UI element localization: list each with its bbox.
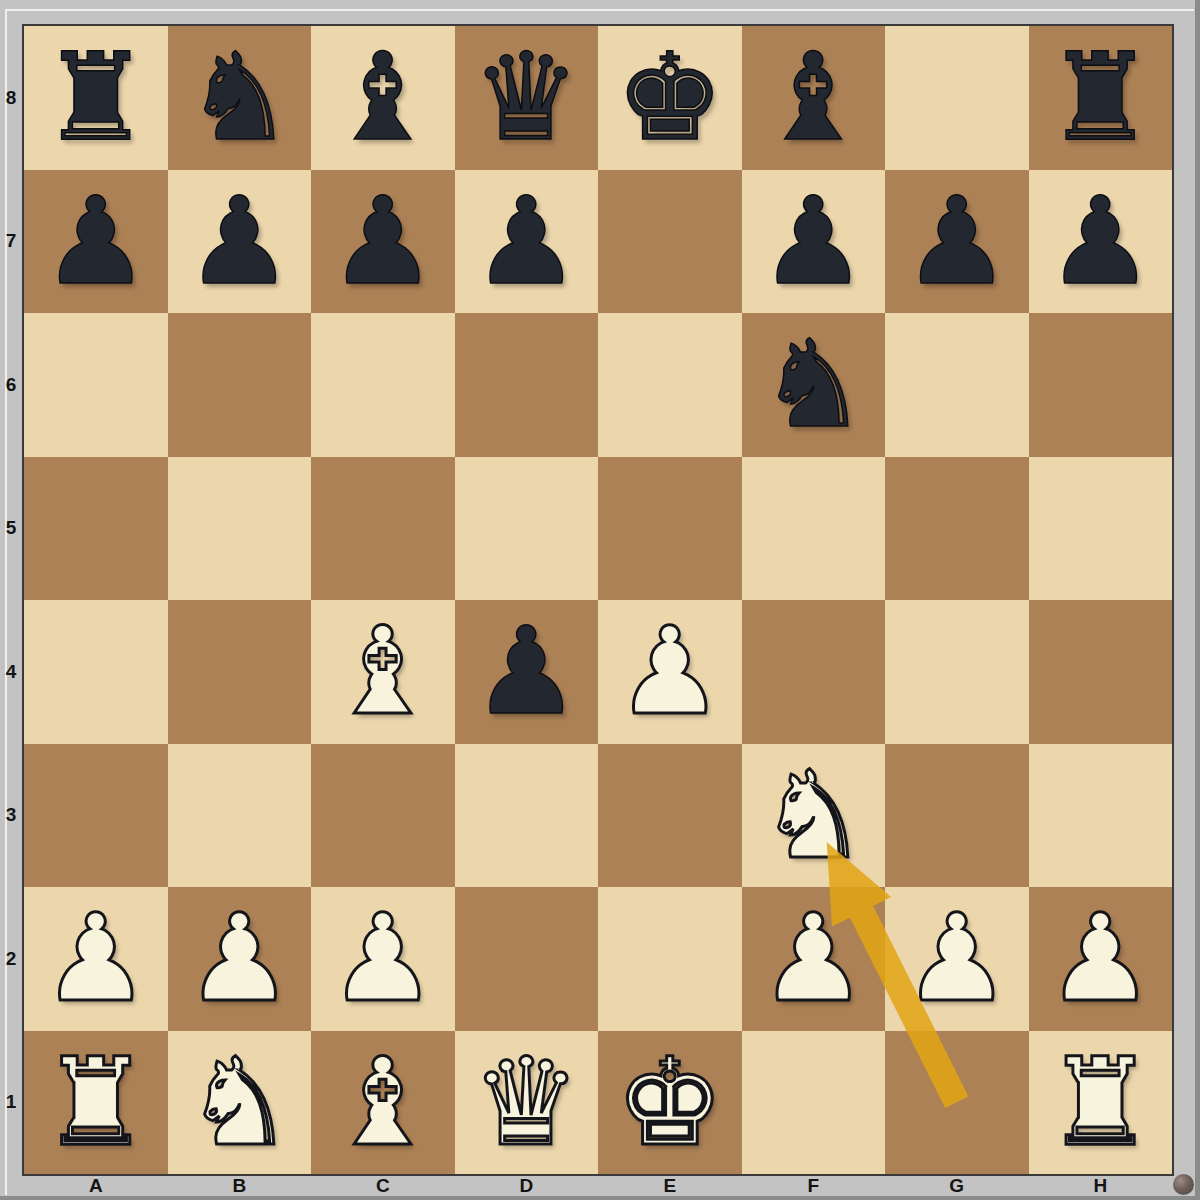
square-d1[interactable]: ♛	[455, 1031, 599, 1175]
square-e3[interactable]	[598, 744, 742, 888]
file-label-f: F	[742, 1175, 886, 1197]
square-h3[interactable]	[1029, 744, 1173, 888]
square-d8[interactable]: ♛	[455, 26, 599, 170]
chess-board[interactable]: ♜♞♝♛♚♝♜♟♟♟♟♟♟♟♞♝♟♟♞♟♟♟♟♟♟♜♞♝♛♚♜	[22, 24, 1174, 1176]
square-a2[interactable]: ♟	[24, 887, 168, 1031]
piece-black-knight[interactable]: ♞	[759, 324, 867, 445]
square-f4[interactable]	[742, 600, 886, 744]
piece-white-pawn[interactable]: ♟	[903, 898, 1011, 1019]
file-label-b: B	[168, 1175, 312, 1197]
piece-white-knight[interactable]: ♞	[185, 1042, 293, 1163]
file-label-c: C	[311, 1175, 455, 1197]
piece-white-queen[interactable]: ♛	[472, 1042, 580, 1163]
square-f2[interactable]: ♟	[742, 887, 886, 1031]
square-a6[interactable]	[24, 313, 168, 457]
rank-label-5: 5	[0, 457, 22, 601]
rank-label-1: 1	[0, 1031, 22, 1175]
square-b4[interactable]	[168, 600, 312, 744]
square-h8[interactable]: ♜	[1029, 26, 1173, 170]
file-label-e: E	[598, 1175, 742, 1197]
square-d5[interactable]	[455, 457, 599, 601]
square-d6[interactable]	[455, 313, 599, 457]
piece-black-pawn[interactable]: ♟	[185, 181, 293, 302]
square-d4[interactable]: ♟	[455, 600, 599, 744]
piece-black-rook[interactable]: ♜	[1046, 37, 1154, 158]
piece-white-rook[interactable]: ♜	[1046, 1042, 1154, 1163]
square-e2[interactable]	[598, 887, 742, 1031]
square-d7[interactable]: ♟	[455, 170, 599, 314]
square-b7[interactable]: ♟	[168, 170, 312, 314]
square-a4[interactable]	[24, 600, 168, 744]
square-c6[interactable]	[311, 313, 455, 457]
frame-screw-dot	[1173, 1174, 1194, 1195]
piece-black-queen[interactable]: ♛	[472, 37, 580, 158]
square-g4[interactable]	[885, 600, 1029, 744]
square-b6[interactable]	[168, 313, 312, 457]
piece-white-pawn[interactable]: ♟	[616, 611, 724, 732]
piece-white-knight[interactable]: ♞	[759, 755, 867, 876]
square-h6[interactable]	[1029, 313, 1173, 457]
rank-label-2: 2	[0, 887, 22, 1031]
square-h5[interactable]	[1029, 457, 1173, 601]
rank-label-8: 8	[0, 26, 22, 170]
square-e5[interactable]	[598, 457, 742, 601]
square-c4[interactable]: ♝	[311, 600, 455, 744]
square-g7[interactable]: ♟	[885, 170, 1029, 314]
square-b8[interactable]: ♞	[168, 26, 312, 170]
square-g1[interactable]	[885, 1031, 1029, 1175]
square-d2[interactable]	[455, 887, 599, 1031]
square-e6[interactable]	[598, 313, 742, 457]
square-f5[interactable]	[742, 457, 886, 601]
piece-black-bishop[interactable]: ♝	[759, 37, 867, 158]
piece-white-pawn[interactable]: ♟	[329, 898, 437, 1019]
rank-label-3: 3	[0, 744, 22, 888]
piece-white-pawn[interactable]: ♟	[185, 898, 293, 1019]
rank-label-7: 7	[0, 170, 22, 314]
square-c1[interactable]: ♝	[311, 1031, 455, 1175]
square-e8[interactable]: ♚	[598, 26, 742, 170]
square-b3[interactable]	[168, 744, 312, 888]
piece-black-pawn[interactable]: ♟	[759, 181, 867, 302]
square-a8[interactable]: ♜	[24, 26, 168, 170]
piece-black-king[interactable]: ♚	[616, 37, 724, 158]
square-h4[interactable]	[1029, 600, 1173, 744]
square-d3[interactable]	[455, 744, 599, 888]
square-g5[interactable]	[885, 457, 1029, 601]
piece-white-bishop[interactable]: ♝	[329, 1042, 437, 1163]
piece-black-pawn[interactable]: ♟	[472, 181, 580, 302]
piece-black-pawn[interactable]: ♟	[42, 181, 150, 302]
square-f6[interactable]: ♞	[742, 313, 886, 457]
square-a5[interactable]	[24, 457, 168, 601]
file-label-a: A	[24, 1175, 168, 1197]
square-g2[interactable]: ♟	[885, 887, 1029, 1031]
square-g3[interactable]	[885, 744, 1029, 888]
square-c7[interactable]: ♟	[311, 170, 455, 314]
square-e1[interactable]: ♚	[598, 1031, 742, 1175]
square-h7[interactable]: ♟	[1029, 170, 1173, 314]
rank-label-6: 6	[0, 313, 22, 457]
square-f3[interactable]: ♞	[742, 744, 886, 888]
square-g6[interactable]	[885, 313, 1029, 457]
piece-white-pawn[interactable]: ♟	[42, 898, 150, 1019]
square-b5[interactable]	[168, 457, 312, 601]
square-h2[interactable]: ♟	[1029, 887, 1173, 1031]
file-labels: ABCDEFGH	[24, 1175, 1172, 1196]
file-label-g: G	[885, 1175, 1029, 1197]
square-c5[interactable]	[311, 457, 455, 601]
square-h1[interactable]: ♜	[1029, 1031, 1173, 1175]
piece-white-rook[interactable]: ♜	[42, 1042, 150, 1163]
frame-shadow-edge-right	[1195, 0, 1200, 1200]
square-f1[interactable]	[742, 1031, 886, 1175]
square-c8[interactable]: ♝	[311, 26, 455, 170]
square-b2[interactable]: ♟	[168, 887, 312, 1031]
piece-white-king[interactable]: ♚	[616, 1042, 724, 1163]
piece-black-bishop[interactable]: ♝	[329, 37, 437, 158]
square-f8[interactable]: ♝	[742, 26, 886, 170]
piece-white-pawn[interactable]: ♟	[759, 898, 867, 1019]
file-label-d: D	[455, 1175, 599, 1197]
piece-black-pawn[interactable]: ♟	[903, 181, 1011, 302]
square-b1[interactable]: ♞	[168, 1031, 312, 1175]
rank-label-4: 4	[0, 600, 22, 744]
square-e4[interactable]: ♟	[598, 600, 742, 744]
square-a3[interactable]	[24, 744, 168, 888]
piece-white-pawn[interactable]: ♟	[1046, 898, 1154, 1019]
square-c2[interactable]: ♟	[311, 887, 455, 1031]
square-g8[interactable]	[885, 26, 1029, 170]
frame-bevel-highlight-top	[5, 9, 1194, 11]
rank-labels: 87654321	[0, 26, 22, 1174]
square-c3[interactable]	[311, 744, 455, 888]
piece-black-rook[interactable]: ♜	[42, 37, 150, 158]
piece-black-pawn[interactable]: ♟	[329, 181, 437, 302]
piece-black-pawn[interactable]: ♟	[1046, 181, 1154, 302]
piece-black-knight[interactable]: ♞	[185, 37, 293, 158]
piece-white-bishop[interactable]: ♝	[329, 611, 437, 732]
square-e7[interactable]	[598, 170, 742, 314]
square-a1[interactable]: ♜	[24, 1031, 168, 1175]
square-a7[interactable]: ♟	[24, 170, 168, 314]
square-f7[interactable]: ♟	[742, 170, 886, 314]
piece-black-pawn[interactable]: ♟	[472, 611, 580, 732]
file-label-h: H	[1029, 1175, 1173, 1197]
